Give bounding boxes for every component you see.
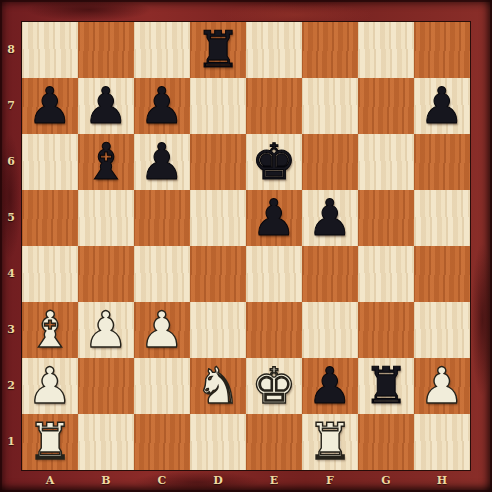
square-d4[interactable] xyxy=(190,246,246,302)
black-rook[interactable]: ♜ xyxy=(190,22,246,78)
square-g8[interactable] xyxy=(358,22,414,78)
square-f8[interactable] xyxy=(302,22,358,78)
black-pawn[interactable]: ♟ xyxy=(134,78,190,134)
square-f7[interactable] xyxy=(302,78,358,134)
black-king[interactable]: ♚ xyxy=(246,134,302,190)
black-pawn[interactable]: ♟ xyxy=(302,358,358,414)
square-d5[interactable] xyxy=(190,190,246,246)
square-a4[interactable] xyxy=(22,246,78,302)
square-a6[interactable] xyxy=(22,134,78,190)
file-label-c: C xyxy=(134,470,190,492)
square-c1[interactable] xyxy=(134,414,190,470)
square-f2[interactable]: ♟ xyxy=(302,358,358,414)
file-label-a: A xyxy=(22,470,78,492)
square-e1[interactable] xyxy=(246,414,302,470)
square-e8[interactable] xyxy=(246,22,302,78)
square-f4[interactable] xyxy=(302,246,358,302)
square-h1[interactable] xyxy=(414,414,470,470)
square-a1[interactable]: ♜ xyxy=(22,414,78,470)
file-label-b: B xyxy=(78,470,134,492)
square-f5[interactable]: ♟ xyxy=(302,190,358,246)
square-e2[interactable]: ♚ xyxy=(246,358,302,414)
square-g4[interactable] xyxy=(358,246,414,302)
square-h4[interactable] xyxy=(414,246,470,302)
rank-label-7: 7 xyxy=(0,78,22,134)
square-b2[interactable] xyxy=(78,358,134,414)
square-b7[interactable]: ♟ xyxy=(78,78,134,134)
square-d8[interactable]: ♜ xyxy=(190,22,246,78)
chess-board-frame: ♜♟♟♟♟♝♟♚♟♟♝♟♟♟♞♚♟♜♟♜♜ 87654321ABCDEFGH xyxy=(0,0,492,492)
square-d2[interactable]: ♞ xyxy=(190,358,246,414)
square-c3[interactable]: ♟ xyxy=(134,302,190,358)
square-b5[interactable] xyxy=(78,190,134,246)
white-knight[interactable]: ♞ xyxy=(190,358,246,414)
square-a5[interactable] xyxy=(22,190,78,246)
white-pawn[interactable]: ♟ xyxy=(78,302,134,358)
square-g5[interactable] xyxy=(358,190,414,246)
square-e3[interactable] xyxy=(246,302,302,358)
file-label-d: D xyxy=(190,470,246,492)
white-rook[interactable]: ♜ xyxy=(302,414,358,470)
rank-label-2: 2 xyxy=(0,358,22,414)
rank-label-3: 3 xyxy=(0,302,22,358)
square-h6[interactable] xyxy=(414,134,470,190)
file-label-g: G xyxy=(358,470,414,492)
black-pawn[interactable]: ♟ xyxy=(22,78,78,134)
square-a7[interactable]: ♟ xyxy=(22,78,78,134)
rank-label-5: 5 xyxy=(0,190,22,246)
square-c6[interactable]: ♟ xyxy=(134,134,190,190)
square-d3[interactable] xyxy=(190,302,246,358)
square-h2[interactable]: ♟ xyxy=(414,358,470,414)
black-pawn[interactable]: ♟ xyxy=(246,190,302,246)
square-e5[interactable]: ♟ xyxy=(246,190,302,246)
white-pawn[interactable]: ♟ xyxy=(414,358,470,414)
file-label-e: E xyxy=(246,470,302,492)
white-bishop[interactable]: ♝ xyxy=(22,302,78,358)
white-king[interactable]: ♚ xyxy=(246,358,302,414)
square-g7[interactable] xyxy=(358,78,414,134)
white-pawn[interactable]: ♟ xyxy=(22,358,78,414)
black-pawn[interactable]: ♟ xyxy=(302,190,358,246)
square-h8[interactable] xyxy=(414,22,470,78)
rank-label-4: 4 xyxy=(0,246,22,302)
square-g6[interactable] xyxy=(358,134,414,190)
square-e7[interactable] xyxy=(246,78,302,134)
square-a8[interactable] xyxy=(22,22,78,78)
square-f3[interactable] xyxy=(302,302,358,358)
black-pawn[interactable]: ♟ xyxy=(414,78,470,134)
chess-board: ♜♟♟♟♟♝♟♚♟♟♝♟♟♟♞♚♟♜♟♜♜ xyxy=(22,22,470,470)
square-c5[interactable] xyxy=(134,190,190,246)
square-f6[interactable] xyxy=(302,134,358,190)
square-c8[interactable] xyxy=(134,22,190,78)
square-h7[interactable]: ♟ xyxy=(414,78,470,134)
black-rook[interactable]: ♜ xyxy=(358,358,414,414)
square-a2[interactable]: ♟ xyxy=(22,358,78,414)
square-h3[interactable] xyxy=(414,302,470,358)
square-c2[interactable] xyxy=(134,358,190,414)
square-e4[interactable] xyxy=(246,246,302,302)
square-e6[interactable]: ♚ xyxy=(246,134,302,190)
square-f1[interactable]: ♜ xyxy=(302,414,358,470)
black-pawn[interactable]: ♟ xyxy=(134,134,190,190)
square-b4[interactable] xyxy=(78,246,134,302)
square-h5[interactable] xyxy=(414,190,470,246)
rank-label-1: 1 xyxy=(0,414,22,470)
file-label-h: H xyxy=(414,470,470,492)
square-g2[interactable]: ♜ xyxy=(358,358,414,414)
square-a3[interactable]: ♝ xyxy=(22,302,78,358)
square-d1[interactable] xyxy=(190,414,246,470)
black-bishop[interactable]: ♝ xyxy=(78,134,134,190)
rank-label-6: 6 xyxy=(0,134,22,190)
square-d6[interactable] xyxy=(190,134,246,190)
square-b3[interactable]: ♟ xyxy=(78,302,134,358)
square-c7[interactable]: ♟ xyxy=(134,78,190,134)
square-g3[interactable] xyxy=(358,302,414,358)
white-rook[interactable]: ♜ xyxy=(22,414,78,470)
square-b6[interactable]: ♝ xyxy=(78,134,134,190)
square-g1[interactable] xyxy=(358,414,414,470)
black-pawn[interactable]: ♟ xyxy=(78,78,134,134)
square-b1[interactable] xyxy=(78,414,134,470)
white-pawn[interactable]: ♟ xyxy=(134,302,190,358)
rank-label-8: 8 xyxy=(0,22,22,78)
square-b8[interactable] xyxy=(78,22,134,78)
file-label-f: F xyxy=(302,470,358,492)
square-c4[interactable] xyxy=(134,246,190,302)
square-d7[interactable] xyxy=(190,78,246,134)
